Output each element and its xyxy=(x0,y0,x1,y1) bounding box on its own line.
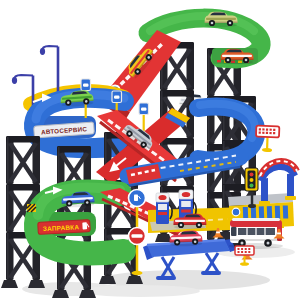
road-sign-mark xyxy=(232,208,240,216)
lamp-head xyxy=(40,48,45,55)
city-bus xyxy=(229,218,283,249)
playset-scene: АВТОСЕРВИС xyxy=(0,0,300,300)
hazard-stripes xyxy=(27,204,36,212)
pump-icon xyxy=(82,222,87,229)
zapravka-banner: ЗАПРАВКА xyxy=(38,220,91,235)
lamp-head xyxy=(12,77,17,84)
product-photo: АВТОСЕРВИС xyxy=(0,0,300,300)
